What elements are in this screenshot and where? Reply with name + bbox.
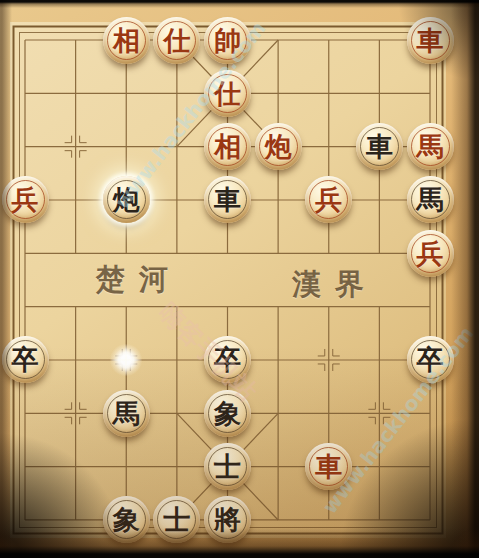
piece-black-cannon[interactable]: 炮	[103, 176, 150, 223]
piece-glyph: 相	[214, 133, 241, 160]
piece-glyph: 帥	[214, 27, 241, 54]
piece-glyph: 卒	[214, 346, 241, 373]
piece-glyph: 車	[417, 27, 444, 54]
piece-red-pawn[interactable]: 兵	[2, 176, 49, 223]
piece-glyph: 兵	[417, 240, 444, 267]
piece-glyph: 仕	[163, 27, 190, 54]
piece-glyph: 仕	[214, 80, 241, 107]
piece-glyph: 相	[113, 27, 140, 54]
piece-red-general[interactable]: 帥	[204, 17, 251, 64]
piece-red-advisor[interactable]: 仕	[153, 17, 200, 64]
piece-black-pawn[interactable]: 卒	[407, 336, 454, 383]
piece-glyph: 馬	[417, 186, 444, 213]
piece-glyph: 炮	[113, 186, 140, 213]
piece-glyph: 象	[214, 400, 241, 427]
piece-glyph: 車	[366, 133, 393, 160]
piece-red-advisor[interactable]: 仕	[204, 70, 251, 117]
piece-glyph: 卒	[417, 346, 444, 373]
xiangqi-screenshot: 楚河 漢界 相仕帥車仕相炮車馬兵炮車兵馬兵卒卒卒馬象士車象士將 www.hack…	[0, 0, 479, 558]
piece-red-elephant[interactable]: 相	[103, 17, 150, 64]
piece-glyph: 將	[214, 506, 241, 533]
piece-glyph: 士	[163, 506, 190, 533]
piece-glyph: 馬	[113, 400, 140, 427]
piece-black-pawn[interactable]: 卒	[2, 336, 49, 383]
piece-glyph: 兵	[12, 186, 39, 213]
piece-red-elephant[interactable]: 相	[204, 123, 251, 170]
piece-glyph: 車	[315, 453, 342, 480]
piece-red-cannon[interactable]: 炮	[255, 123, 302, 170]
piece-red-pawn[interactable]: 兵	[407, 230, 454, 277]
piece-black-horse[interactable]: 馬	[407, 176, 454, 223]
piece-glyph: 車	[214, 186, 241, 213]
river-label-left: 楚河	[96, 260, 182, 300]
piece-glyph: 兵	[315, 186, 342, 213]
piece-black-elephant[interactable]: 象	[204, 390, 251, 437]
piece-black-chariot[interactable]: 車	[356, 123, 403, 170]
piece-glyph: 炮	[265, 133, 292, 160]
piece-glyph: 士	[214, 453, 241, 480]
piece-red-horse[interactable]: 馬	[407, 123, 454, 170]
piece-black-horse[interactable]: 馬	[103, 390, 150, 437]
piece-glyph: 卒	[12, 346, 39, 373]
piece-black-advisor[interactable]: 士	[204, 443, 251, 490]
piece-glyph: 象	[113, 506, 140, 533]
piece-red-chariot[interactable]: 車	[407, 17, 454, 64]
river-label-right: 漢界	[292, 265, 378, 305]
piece-glyph: 馬	[417, 133, 444, 160]
piece-black-elephant[interactable]: 象	[103, 496, 150, 543]
